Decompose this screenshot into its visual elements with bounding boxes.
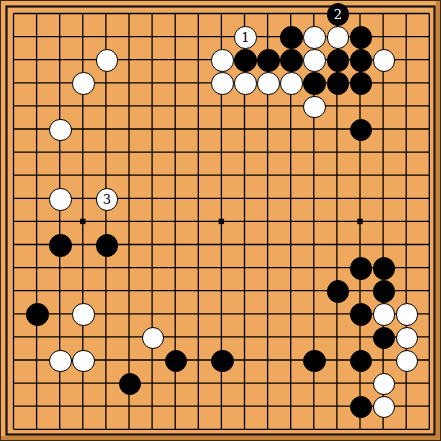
black-stone (303, 72, 326, 95)
white-stone (211, 49, 234, 72)
black-stone (327, 280, 350, 303)
black-stone (49, 234, 72, 257)
white-stone (373, 396, 396, 419)
black-stone (350, 72, 373, 95)
white-stone (303, 49, 326, 72)
white-stone (142, 327, 165, 350)
white-stone (234, 72, 257, 95)
black-stone (257, 49, 280, 72)
black-stone (350, 26, 373, 49)
white-stone (327, 26, 350, 49)
black-stone (327, 49, 350, 72)
stones-grid: 213 (3, 3, 441, 441)
white-stone (257, 72, 280, 95)
black-stone (211, 350, 234, 373)
white-stone (211, 72, 234, 95)
white-stone (49, 188, 72, 211)
white-stone (396, 350, 419, 373)
white-stone (280, 72, 303, 95)
board-edge-bevel-bottom (1, 436, 440, 440)
black-stone (327, 72, 350, 95)
stone-label: 3 (103, 193, 111, 206)
black-stone: 2 (327, 3, 350, 26)
white-stone (49, 350, 72, 373)
black-stone (165, 350, 188, 373)
white-stone (72, 350, 95, 373)
black-stone (350, 257, 373, 280)
black-stone (373, 257, 396, 280)
go-board: 213 (0, 0, 441, 441)
black-stone (373, 327, 396, 350)
white-stone (373, 373, 396, 396)
white-stone: 3 (96, 188, 119, 211)
black-stone (280, 26, 303, 49)
white-stone: 1 (234, 26, 257, 49)
board-edge-bevel-right (436, 1, 440, 440)
black-stone (234, 49, 257, 72)
white-stone (303, 96, 326, 119)
white-stone (72, 72, 95, 95)
stone-label: 2 (334, 8, 342, 21)
black-stone (350, 49, 373, 72)
white-stone (303, 26, 326, 49)
black-stone (350, 350, 373, 373)
white-stone (72, 303, 95, 326)
white-stone (96, 49, 119, 72)
white-stone (373, 303, 396, 326)
stone-label: 1 (241, 31, 249, 44)
black-stone (280, 49, 303, 72)
black-stone (350, 119, 373, 142)
black-stone (350, 303, 373, 326)
black-stone (350, 396, 373, 419)
black-stone (119, 373, 142, 396)
black-stone (26, 303, 49, 326)
white-stone (49, 119, 72, 142)
white-stone (396, 327, 419, 350)
white-stone (373, 49, 396, 72)
black-stone (373, 280, 396, 303)
black-stone (96, 234, 119, 257)
white-stone (396, 303, 419, 326)
black-stone (303, 350, 326, 373)
